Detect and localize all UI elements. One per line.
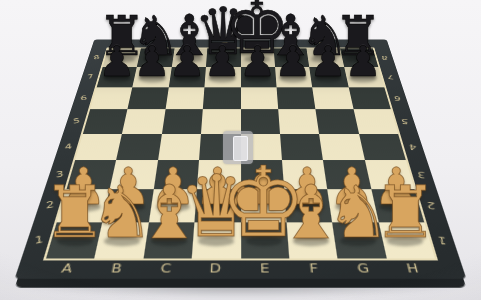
piece-black-pawn[interactable]: ♟: [98, 41, 136, 83]
coord-rank-right-6: 6: [387, 86, 406, 110]
square-b5[interactable]: [122, 109, 165, 133]
piece-black-pawn[interactable]: ♟: [239, 41, 277, 83]
watermark-overlay: [223, 131, 253, 164]
square-e5[interactable]: [240, 109, 279, 133]
coord-rank-left-5: 5: [66, 108, 88, 134]
piece-black-pawn[interactable]: ♟: [133, 41, 171, 83]
coord-file-bottom-e: E: [240, 258, 290, 278]
coord-file-bottom-g: G: [337, 258, 390, 278]
watermark-inner-frame: [233, 136, 248, 161]
coord-rank-right-7: 7: [381, 66, 400, 88]
coord-file-bottom-a: A: [40, 258, 95, 278]
coord-rank-right-5: 5: [394, 108, 415, 134]
square-f6[interactable]: [276, 87, 315, 109]
square-e6[interactable]: [240, 87, 278, 109]
piece-white-rook[interactable]: ♜: [373, 177, 437, 249]
coord-file-bottom-h: H: [386, 258, 441, 278]
piece-black-pawn[interactable]: ♟: [168, 41, 206, 83]
coord-file-bottom-d: D: [190, 258, 240, 278]
coord-rank-left-6: 6: [73, 86, 94, 110]
coord-file-bottom-c: C: [140, 258, 192, 278]
square-g6[interactable]: [312, 87, 353, 109]
piece-black-pawn[interactable]: ♟: [274, 41, 312, 83]
piece-black-pawn[interactable]: ♟: [309, 41, 347, 83]
piece-black-pawn[interactable]: ♟: [344, 41, 382, 83]
square-c4[interactable]: [157, 133, 200, 160]
piece-black-pawn[interactable]: ♟: [204, 41, 242, 83]
square-c5[interactable]: [161, 109, 202, 133]
square-a6[interactable]: [90, 87, 132, 109]
square-g5[interactable]: [315, 109, 358, 133]
file-labels-bottom: ABCDEFGH: [40, 258, 441, 278]
square-c6[interactable]: [165, 87, 204, 109]
square-g4[interactable]: [319, 133, 364, 160]
coord-file-bottom-f: F: [289, 258, 341, 278]
chess-photo: ABCDEFGH ABCDEFGH 87654321 87654321 ♜♞♝♛…: [0, 0, 481, 300]
square-b6[interactable]: [127, 87, 168, 109]
square-h6[interactable]: [348, 87, 390, 109]
coord-file-bottom-b: B: [90, 258, 143, 278]
square-d5[interactable]: [201, 109, 240, 133]
square-f5[interactable]: [278, 109, 319, 133]
square-b4[interactable]: [116, 133, 161, 160]
square-d6[interactable]: [202, 87, 240, 109]
